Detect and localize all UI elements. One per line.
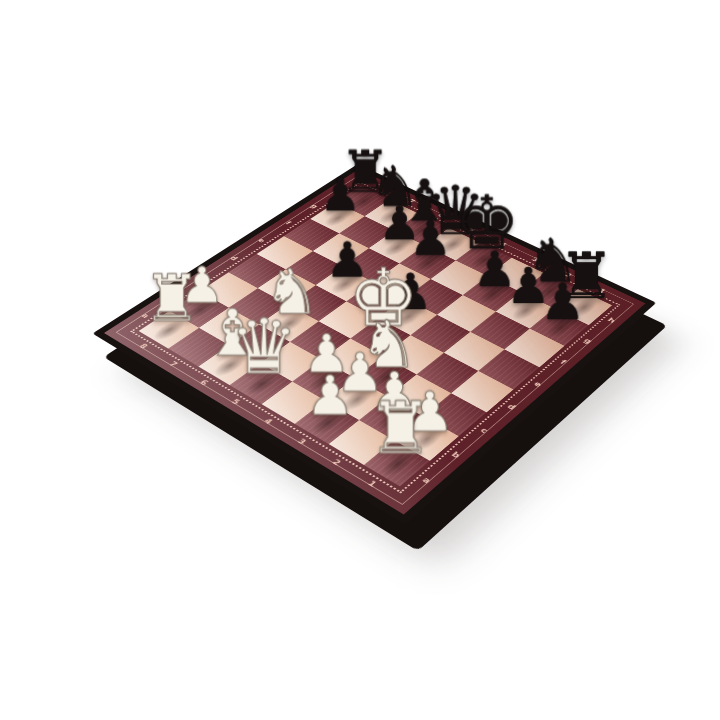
file-label-top-e: e — [252, 235, 271, 246]
scene: 8877665544332211aabbccddeeffgghh ♜♟♟♜♞♝♞… — [0, 0, 720, 720]
rank-label-left-6: 6 — [194, 376, 215, 390]
rank-label-left-7: 7 — [163, 358, 184, 371]
file-label-bottom-c: c — [473, 423, 494, 438]
file-label-bottom-b: b — [445, 447, 467, 462]
file-label-bottom-h: h — [602, 314, 622, 326]
file-label-top-f: f — [279, 218, 297, 228]
file-label-bottom-f: f — [553, 356, 573, 369]
rank-label-left-5: 5 — [225, 395, 246, 409]
rank-label-left-8: 8 — [133, 340, 153, 353]
rank-label-left-4: 4 — [258, 414, 280, 429]
file-label-bottom-g: g — [578, 335, 598, 348]
chess-board: 8877665544332211aabbccddeeffgghh ♜♟♟♜♞♝♞… — [92, 164, 656, 524]
white-rook-glyph: ♜ — [356, 392, 446, 464]
black-pawn-glyph: ♟ — [522, 277, 603, 327]
file-label-bottom-e: e — [527, 377, 548, 391]
file-label-bottom-d: d — [501, 400, 522, 414]
rank-label-left-3: 3 — [291, 434, 313, 449]
rank-label-left-1: 1 — [361, 476, 383, 492]
file-label-bottom-a: a — [415, 472, 437, 488]
rank-label-left-2: 2 — [326, 455, 348, 470]
chess-set-photo: chess 8877665544332211aabbccddeeffgghh ♜… — [0, 0, 720, 720]
